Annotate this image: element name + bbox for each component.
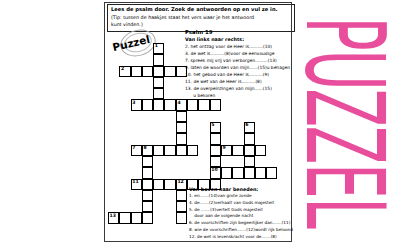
- crossword-cell[interactable]: 10: [210, 167, 221, 178]
- clue-number: 12: [177, 180, 183, 185]
- worksheet-page: Lees de psalm door. Zoek de antwoorden o…: [104, 2, 292, 242]
- crossword-cell[interactable]: [176, 133, 187, 144]
- clue-line: 1. en.......(14)van grote zonde: [189, 193, 292, 200]
- crossword-cell[interactable]: 11: [131, 179, 142, 190]
- clue-number: 13: [110, 214, 116, 219]
- crossword-cell[interactable]: [187, 145, 198, 156]
- clue-number: 10: [211, 168, 217, 173]
- across-clues-block: Psalm 19 Van links naar rechts: 2. het o…: [185, 29, 291, 99]
- screenshot-root: PUZZEL Lees de psalm door. Zoek de antwo…: [0, 0, 393, 245]
- crossword-cell[interactable]: [119, 212, 130, 223]
- crossword-cell[interactable]: 4: [176, 99, 187, 110]
- crossword-cell[interactable]: [176, 190, 187, 201]
- crossword-cell[interactable]: [244, 156, 255, 167]
- crossword-cell[interactable]: [176, 201, 187, 212]
- clue-line: 7. spreek mij vrij van verborgen........…: [185, 57, 291, 64]
- across-heading: Van links naar rechts:: [185, 36, 291, 43]
- instructions-line1: Lees de psalm door. Zoek de antwoorden o…: [111, 6, 291, 14]
- crossword-cell[interactable]: [210, 156, 221, 167]
- clue-line: 6. de voorschriften zijn begeerlijker da…: [189, 220, 292, 227]
- crossword-cell[interactable]: [244, 133, 255, 144]
- clue-line: 3. de wet is..........(8)voor de eenvoud…: [185, 50, 291, 57]
- clue-line: 8. wie de voorschriften.......(12)wordt …: [189, 227, 292, 234]
- crossword-cell[interactable]: [244, 167, 255, 178]
- clue-number: 4: [177, 101, 180, 106]
- crossword-cell[interactable]: [142, 179, 153, 190]
- crossword-cell[interactable]: [142, 167, 153, 178]
- crossword-cell[interactable]: [266, 167, 277, 178]
- crossword-cell[interactable]: [255, 145, 266, 156]
- across-clue-list: 2. het ontzag voor de Heer is..........(…: [185, 43, 291, 99]
- clue-line: door aan de volgende nacht: [189, 213, 292, 220]
- crossword-cell[interactable]: [198, 99, 209, 110]
- clue-number: 3: [132, 101, 135, 106]
- crossword-cell[interactable]: [131, 212, 142, 223]
- clue-number: 7: [132, 146, 135, 151]
- crossword-cell[interactable]: 8: [142, 145, 153, 156]
- crossword-cell[interactable]: [153, 77, 164, 88]
- crossword-cell[interactable]: [153, 179, 164, 190]
- crossword-cell[interactable]: [153, 99, 164, 110]
- crossword-cell[interactable]: [210, 133, 221, 144]
- crossword-cell[interactable]: 6: [244, 122, 255, 133]
- crossword-cell[interactable]: [142, 156, 153, 167]
- clue-line: 4. de.......(2)verhaalt van Gods majeste…: [189, 200, 292, 207]
- crossword-cell[interactable]: [131, 66, 142, 77]
- crossword-cell[interactable]: 1: [153, 43, 164, 54]
- clue-line: 13. de overpeinzingen van mijn......(15): [185, 85, 291, 92]
- crossword-cell[interactable]: [232, 167, 243, 178]
- crossword-cell[interactable]: 2: [119, 66, 130, 77]
- crossword-cell[interactable]: [244, 145, 255, 156]
- crossword-cell[interactable]: [255, 167, 266, 178]
- clue-number: 6: [245, 123, 248, 128]
- instructions-line2: (Tip: tussen de haakjes staat het vers w…: [111, 14, 291, 21]
- crossword-cell[interactable]: 5: [210, 122, 221, 133]
- crossword-cell[interactable]: 12: [176, 179, 187, 190]
- crossword-cell[interactable]: [221, 167, 232, 178]
- crossword-cell[interactable]: [176, 212, 187, 223]
- crossword-cell[interactable]: [142, 99, 153, 110]
- clue-line: 10. het gebod van de Heer is..........(9…: [185, 71, 291, 78]
- puzzel-banner: PUZZEL: [296, 0, 392, 244]
- crossword-cell[interactable]: [164, 66, 175, 77]
- crossword-cell[interactable]: [187, 99, 198, 110]
- crossword-cell[interactable]: [142, 190, 153, 201]
- crossword-cell[interactable]: [153, 88, 164, 99]
- crossword-cell[interactable]: [164, 99, 175, 110]
- down-clues-block: Van boven naar beneden: 1. en.......(14)…: [189, 186, 292, 241]
- clue-number: 1: [155, 44, 158, 49]
- crossword-cell[interactable]: [232, 145, 243, 156]
- crossword-cell[interactable]: [164, 179, 175, 190]
- clue-number: 11: [132, 180, 138, 185]
- crossword-cell[interactable]: [142, 212, 153, 223]
- clue-number: 8: [143, 146, 146, 151]
- puzzle-title: Psalm 19: [185, 29, 291, 36]
- crossword-cell[interactable]: 13: [108, 212, 119, 223]
- clue-line: 5. de .......(3)vertelt Gods majesteit: [189, 207, 292, 214]
- clue-line: 2. het ontzag voor de Heer is..........(…: [185, 43, 291, 50]
- crossword-cell[interactable]: [176, 145, 187, 156]
- crossword-cell[interactable]: [164, 145, 175, 156]
- down-clue-list: 1. en.......(14)van grote zonde4. de....…: [189, 193, 292, 241]
- crossword-cell[interactable]: [153, 54, 164, 65]
- crossword-cell[interactable]: [142, 201, 153, 212]
- crossword-cell[interactable]: [153, 145, 164, 156]
- crossword-cell[interactable]: [176, 111, 187, 122]
- crossword-cell[interactable]: 9: [221, 145, 232, 156]
- down-heading: Van boven naar beneden:: [189, 186, 292, 193]
- crossword-cell[interactable]: [210, 99, 221, 110]
- crossword-cell[interactable]: [176, 122, 187, 133]
- crossword-cell[interactable]: 3: [131, 99, 142, 110]
- crossword-cell[interactable]: [153, 66, 164, 77]
- crossword-cell[interactable]: 7: [131, 145, 142, 156]
- instructions-line3: kunt vinden.): [111, 21, 291, 28]
- clue-line: 11. de wet van de Heer is..........(8): [185, 78, 291, 85]
- clue-line: 9. laten de woorden van mijn......(15)u …: [185, 64, 291, 71]
- clue-line: 12. de wet is levenskracht voor de......…: [189, 234, 292, 241]
- crossword-cell[interactable]: [142, 66, 153, 77]
- clue-line: u bekoren: [185, 92, 291, 99]
- clue-number: 5: [211, 123, 214, 128]
- clue-number: 2: [121, 67, 124, 72]
- clue-number: 9: [223, 146, 226, 151]
- crossword-cell[interactable]: [210, 145, 221, 156]
